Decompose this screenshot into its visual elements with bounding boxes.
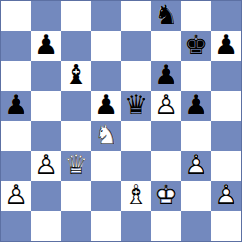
square-h5[interactable] (211, 91, 241, 121)
square-d2[interactable] (91, 181, 121, 211)
square-h3[interactable] (211, 151, 241, 181)
white-pawn-glyph: ♙ (181, 151, 211, 180)
square-e2[interactable]: ♝♗ (121, 181, 151, 211)
square-b1[interactable] (31, 211, 61, 241)
black-pawn-glyph: ♟ (211, 31, 241, 60)
square-a6[interactable] (1, 61, 31, 91)
square-h2[interactable]: ♟♙ (211, 181, 241, 211)
square-b6[interactable] (31, 61, 61, 91)
piece-black-pawn[interactable]: ♙♟ (1, 91, 31, 121)
black-pawn-glyph: ♟ (151, 61, 181, 90)
piece-white-pawn[interactable]: ♟♙ (1, 181, 31, 211)
square-d4[interactable]: ♞♘ (91, 121, 121, 151)
square-g7[interactable]: ♔♚ (181, 31, 211, 61)
square-a4[interactable] (1, 121, 31, 151)
piece-white-pawn[interactable]: ♟♙ (31, 151, 61, 181)
square-b8[interactable] (31, 1, 61, 31)
square-d7[interactable] (91, 31, 121, 61)
square-h8[interactable] (211, 1, 241, 31)
square-e7[interactable] (121, 31, 151, 61)
black-pawn-glyph: ♟ (91, 91, 121, 120)
square-f4[interactable] (151, 121, 181, 151)
chess-board-container: ♘♞♙♟♔♚♙♟♗♝♙♟♙♟♙♟♕♛♟♙♙♟♞♘♟♙♛♕♟♙♟♙♝♗♚♔♟♙ (0, 0, 242, 242)
square-g3[interactable]: ♟♙ (181, 151, 211, 181)
square-g2[interactable] (181, 181, 211, 211)
square-c5[interactable] (61, 91, 91, 121)
square-h6[interactable] (211, 61, 241, 91)
square-b2[interactable] (31, 181, 61, 211)
square-g1[interactable] (181, 211, 211, 241)
piece-black-pawn[interactable]: ♙♟ (31, 31, 61, 61)
piece-black-bishop[interactable]: ♗♝ (61, 61, 91, 91)
white-bishop-glyph: ♗ (121, 181, 151, 210)
square-f3[interactable] (151, 151, 181, 181)
white-pawn-glyph: ♙ (151, 91, 181, 120)
square-f2[interactable]: ♚♔ (151, 181, 181, 211)
white-queen-glyph: ♕ (61, 151, 91, 180)
black-pawn-glyph: ♟ (181, 91, 211, 120)
square-c2[interactable] (61, 181, 91, 211)
square-f7[interactable] (151, 31, 181, 61)
square-g8[interactable] (181, 1, 211, 31)
square-e8[interactable] (121, 1, 151, 31)
piece-black-pawn[interactable]: ♙♟ (181, 91, 211, 121)
square-a3[interactable] (1, 151, 31, 181)
square-g5[interactable]: ♙♟ (181, 91, 211, 121)
square-e3[interactable] (121, 151, 151, 181)
square-g4[interactable] (181, 121, 211, 151)
square-f1[interactable] (151, 211, 181, 241)
square-b3[interactable]: ♟♙ (31, 151, 61, 181)
black-pawn-glyph: ♟ (31, 31, 61, 60)
square-c3[interactable]: ♛♕ (61, 151, 91, 181)
square-d6[interactable] (91, 61, 121, 91)
white-pawn-glyph: ♙ (31, 151, 61, 180)
black-knight-glyph: ♞ (151, 1, 181, 30)
square-e1[interactable] (121, 211, 151, 241)
piece-white-pawn[interactable]: ♟♙ (211, 181, 241, 211)
square-a1[interactable] (1, 211, 31, 241)
square-a5[interactable]: ♙♟ (1, 91, 31, 121)
piece-black-pawn[interactable]: ♙♟ (91, 91, 121, 121)
piece-white-pawn[interactable]: ♟♙ (151, 91, 181, 121)
square-b7[interactable]: ♙♟ (31, 31, 61, 61)
square-d8[interactable] (91, 1, 121, 31)
piece-black-king[interactable]: ♔♚ (181, 31, 211, 61)
white-pawn-glyph: ♙ (1, 181, 31, 210)
piece-black-knight[interactable]: ♘♞ (151, 1, 181, 31)
piece-white-pawn[interactable]: ♟♙ (181, 151, 211, 181)
square-f5[interactable]: ♟♙ (151, 91, 181, 121)
white-pawn-glyph: ♙ (211, 181, 241, 210)
square-e5[interactable]: ♕♛ (121, 91, 151, 121)
square-d1[interactable] (91, 211, 121, 241)
piece-white-bishop[interactable]: ♝♗ (121, 181, 151, 211)
piece-white-knight[interactable]: ♞♘ (91, 121, 121, 151)
square-d5[interactable]: ♙♟ (91, 91, 121, 121)
square-h4[interactable] (211, 121, 241, 151)
piece-black-pawn[interactable]: ♙♟ (211, 31, 241, 61)
piece-white-queen[interactable]: ♛♕ (61, 151, 91, 181)
square-c4[interactable] (61, 121, 91, 151)
square-c6[interactable]: ♗♝ (61, 61, 91, 91)
white-knight-glyph: ♘ (91, 121, 121, 150)
square-h1[interactable] (211, 211, 241, 241)
square-b4[interactable] (31, 121, 61, 151)
square-e6[interactable] (121, 61, 151, 91)
square-a2[interactable]: ♟♙ (1, 181, 31, 211)
black-bishop-glyph: ♝ (61, 61, 91, 90)
piece-black-pawn[interactable]: ♙♟ (151, 61, 181, 91)
black-pawn-glyph: ♟ (1, 91, 31, 120)
square-f8[interactable]: ♘♞ (151, 1, 181, 31)
square-c8[interactable] (61, 1, 91, 31)
black-king-glyph: ♚ (181, 31, 211, 60)
square-b5[interactable] (31, 91, 61, 121)
square-a8[interactable] (1, 1, 31, 31)
square-e4[interactable] (121, 121, 151, 151)
square-h7[interactable]: ♙♟ (211, 31, 241, 61)
white-king-glyph: ♔ (151, 181, 181, 210)
chess-board: ♘♞♙♟♔♚♙♟♗♝♙♟♙♟♙♟♕♛♟♙♙♟♞♘♟♙♛♕♟♙♟♙♝♗♚♔♟♙ (0, 0, 242, 242)
piece-black-queen[interactable]: ♕♛ (121, 91, 151, 121)
black-queen-glyph: ♛ (121, 91, 151, 120)
piece-white-king[interactable]: ♚♔ (151, 181, 181, 211)
square-g6[interactable] (181, 61, 211, 91)
square-d3[interactable] (91, 151, 121, 181)
square-a7[interactable] (1, 31, 31, 61)
square-c7[interactable] (61, 31, 91, 61)
square-f6[interactable]: ♙♟ (151, 61, 181, 91)
square-c1[interactable] (61, 211, 91, 241)
